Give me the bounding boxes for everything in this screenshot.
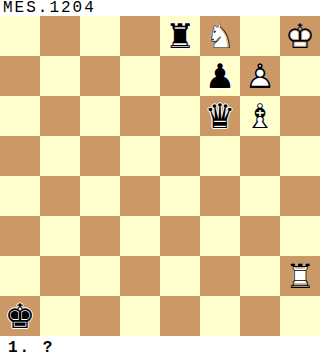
square-c7[interactable] — [80, 56, 120, 96]
square-b8[interactable] — [40, 16, 80, 56]
square-a5[interactable] — [0, 136, 40, 176]
square-d5[interactable] — [120, 136, 160, 176]
square-c4[interactable] — [80, 176, 120, 216]
square-e7[interactable] — [160, 56, 200, 96]
piece-white-king[interactable]: ♚♔ — [280, 16, 320, 56]
square-g3[interactable] — [240, 216, 280, 256]
square-h7[interactable] — [280, 56, 320, 96]
square-g1[interactable] — [240, 296, 280, 336]
square-a1[interactable]: ♚ — [0, 296, 40, 336]
move-prompt: 1. ? — [0, 336, 320, 360]
square-g8[interactable] — [240, 16, 280, 56]
square-f3[interactable] — [200, 216, 240, 256]
square-a4[interactable] — [0, 176, 40, 216]
piece-white-bishop[interactable]: ♝♗ — [240, 96, 280, 136]
square-a3[interactable] — [0, 216, 40, 256]
square-f4[interactable] — [200, 176, 240, 216]
square-h8[interactable]: ♚♔ — [280, 16, 320, 56]
square-e5[interactable] — [160, 136, 200, 176]
square-g7[interactable]: ♟♙ — [240, 56, 280, 96]
piece-white-pawn[interactable]: ♟♙ — [240, 56, 280, 96]
square-a6[interactable] — [0, 96, 40, 136]
square-c8[interactable] — [80, 16, 120, 56]
square-b2[interactable] — [40, 256, 80, 296]
piece-glyph: ♟ — [200, 56, 240, 96]
piece-black-king[interactable]: ♚ — [0, 296, 40, 336]
piece-glyph-outline: ♙ — [240, 56, 280, 96]
piece-glyph: ♚ — [0, 296, 40, 336]
piece-black-pawn[interactable]: ♟ — [200, 56, 240, 96]
piece-black-queen[interactable]: ♛ — [200, 96, 240, 136]
square-c2[interactable] — [80, 256, 120, 296]
square-h4[interactable] — [280, 176, 320, 216]
piece-black-rook[interactable]: ♜ — [160, 16, 200, 56]
square-f5[interactable] — [200, 136, 240, 176]
square-c3[interactable] — [80, 216, 120, 256]
square-b6[interactable] — [40, 96, 80, 136]
square-b7[interactable] — [40, 56, 80, 96]
square-d6[interactable] — [120, 96, 160, 136]
square-e2[interactable] — [160, 256, 200, 296]
square-f7[interactable]: ♟ — [200, 56, 240, 96]
square-g2[interactable] — [240, 256, 280, 296]
square-e6[interactable] — [160, 96, 200, 136]
square-d4[interactable] — [120, 176, 160, 216]
square-h5[interactable] — [280, 136, 320, 176]
piece-glyph-outline: ♘ — [200, 16, 240, 56]
square-d8[interactable] — [120, 16, 160, 56]
piece-white-rook[interactable]: ♜♖ — [280, 256, 320, 296]
square-h3[interactable] — [280, 216, 320, 256]
square-f1[interactable] — [200, 296, 240, 336]
square-f8[interactable]: ♞♘ — [200, 16, 240, 56]
square-e4[interactable] — [160, 176, 200, 216]
square-h6[interactable] — [280, 96, 320, 136]
piece-glyph: ♛ — [200, 96, 240, 136]
piece-glyph: ♜ — [160, 16, 200, 56]
square-e3[interactable] — [160, 216, 200, 256]
square-f2[interactable] — [200, 256, 240, 296]
piece-glyph-outline: ♗ — [240, 96, 280, 136]
square-a8[interactable] — [0, 16, 40, 56]
chess-board: ♜♞♘♚♔♟♟♙♛♝♗♜♖♚ — [0, 16, 320, 336]
square-h2[interactable]: ♜♖ — [280, 256, 320, 296]
square-c6[interactable] — [80, 96, 120, 136]
square-c5[interactable] — [80, 136, 120, 176]
square-b4[interactable] — [40, 176, 80, 216]
square-e1[interactable] — [160, 296, 200, 336]
square-a7[interactable] — [0, 56, 40, 96]
square-g6[interactable]: ♝♗ — [240, 96, 280, 136]
square-d1[interactable] — [120, 296, 160, 336]
piece-white-knight[interactable]: ♞♘ — [200, 16, 240, 56]
square-c1[interactable] — [80, 296, 120, 336]
square-d2[interactable] — [120, 256, 160, 296]
square-b3[interactable] — [40, 216, 80, 256]
diagram-title: MES.1204 — [0, 0, 320, 16]
square-d3[interactable] — [120, 216, 160, 256]
square-e8[interactable]: ♜ — [160, 16, 200, 56]
square-h1[interactable] — [280, 296, 320, 336]
piece-glyph-outline: ♔ — [280, 16, 320, 56]
square-b5[interactable] — [40, 136, 80, 176]
square-b1[interactable] — [40, 296, 80, 336]
square-d7[interactable] — [120, 56, 160, 96]
square-g5[interactable] — [240, 136, 280, 176]
square-g4[interactable] — [240, 176, 280, 216]
square-f6[interactable]: ♛ — [200, 96, 240, 136]
square-a2[interactable] — [0, 256, 40, 296]
piece-glyph-outline: ♖ — [280, 256, 320, 296]
